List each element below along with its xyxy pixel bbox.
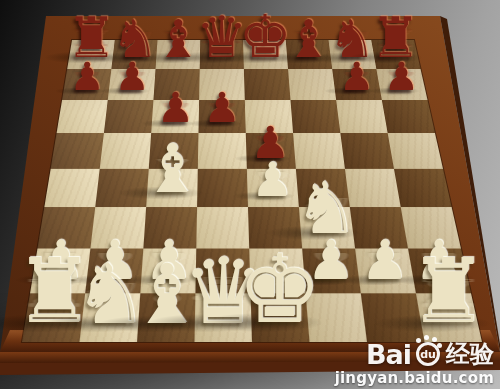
square-g6[interactable] [336, 100, 388, 133]
black-pawn-icon: ♟ [382, 58, 421, 97]
piece-white-king-e1[interactable]: ♚ [232, 243, 326, 337]
square-e7[interactable] [244, 69, 291, 100]
piece-black-pawn-d6[interactable]: ♟ [201, 88, 242, 129]
white-bishop-icon: ♝ [139, 136, 206, 203]
baidu-watermark-url: jingyan.baidu.com [335, 369, 494, 387]
piece-black-pawn-h7[interactable]: ♟ [382, 58, 421, 97]
square-b6[interactable] [104, 100, 154, 133]
white-rook-icon: ♜ [404, 247, 493, 336]
square-a6[interactable] [57, 100, 108, 133]
square-h6[interactable] [382, 100, 435, 133]
piece-black-pawn-b7[interactable]: ♟ [113, 58, 152, 97]
square-a5[interactable] [51, 133, 104, 169]
piece-white-pawn-e4[interactable]: ♟ [249, 156, 296, 203]
square-f6[interactable] [290, 100, 340, 133]
baidu-watermark: Bai du 经验 jingyan.baidu.com [335, 339, 494, 387]
square-a4[interactable] [44, 169, 99, 207]
baidu-logo-jingyan: 经验 [446, 338, 494, 370]
square-f7[interactable] [288, 69, 336, 100]
square-h4[interactable] [394, 169, 452, 207]
white-pawn-icon: ♟ [249, 156, 296, 203]
black-pawn-icon: ♟ [113, 58, 152, 97]
black-pawn-icon: ♟ [201, 88, 242, 129]
square-h5[interactable] [388, 133, 443, 169]
scene: ♜♞♝♛♚♝♞♜♟♟♟♟♟♟♟♝♟♞♟♟♟♟♟♟♜♞♝♛♚♜ Bai du 经验… [0, 0, 500, 389]
square-f5[interactable] [293, 133, 345, 169]
baidu-paw-icon: du [416, 342, 440, 366]
baidu-logo: Bai du 经验 [335, 339, 494, 369]
white-king-icon: ♚ [232, 243, 326, 337]
piece-white-rook-h1[interactable]: ♜ [404, 247, 493, 336]
square-g5[interactable] [340, 133, 394, 169]
piece-white-bishop-c4[interactable]: ♝ [139, 136, 206, 203]
baidu-logo-bai: Bai [366, 339, 411, 370]
baidu-logo-du: du [420, 348, 436, 361]
